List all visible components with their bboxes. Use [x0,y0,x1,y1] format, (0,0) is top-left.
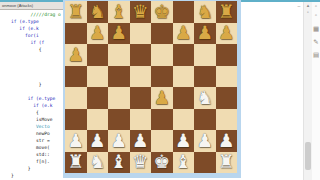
square-e4[interactable]: ♟ [151,87,173,109]
code-text-area[interactable]: /////drag o if (e.type if (e.k for(i if … [0,11,64,180]
square-g1[interactable] [194,152,216,174]
white-pawn-g2: ♟ [196,131,213,150]
square-e7[interactable] [151,23,173,45]
black-knight-b8: ♞ [89,2,106,21]
panel-collapse-icon[interactable]: – [295,3,303,10]
square-g7[interactable]: ♟ [194,23,216,45]
code-line: move( [0,144,64,151]
scroll-tab-icon[interactable]: ▫ [304,9,312,16]
code-line: /////drag o [0,11,64,18]
square-h1[interactable]: ♜ [216,152,238,174]
square-a8[interactable]: ♜ [65,1,87,23]
square-a3[interactable] [65,109,87,131]
white-knight-g4: ♞ [196,88,213,107]
white-rook-a1: ♜ [67,153,84,172]
black-bishop-c8: ♝ [110,2,127,21]
black-pawn-f7: ♟ [175,24,192,43]
white-pawn-h2: ♟ [218,131,235,150]
code-line: for(i [0,32,64,39]
code-line: Vecto [0,123,64,130]
code-line [0,60,64,67]
square-c1[interactable]: ♝ [108,152,130,174]
white-pawn-d2: ♟ [132,131,149,150]
code-line: } [0,81,64,88]
scroll-up-icon[interactable]: ▴ [304,2,312,9]
code-line: { [0,46,64,53]
white-pawn-a2: ♟ [67,131,84,150]
square-c3[interactable] [108,109,130,131]
white-queen-d1: ♛ [132,153,149,172]
square-d6[interactable] [130,44,152,66]
square-e8[interactable]: ♚ [151,1,173,23]
square-d7[interactable] [130,23,152,45]
square-b6[interactable] [87,44,109,66]
panel-box-icon[interactable]: ▫ [312,2,320,11]
black-pawn-c7: ♟ [110,24,127,43]
square-f2[interactable]: ♟ [173,130,195,152]
square-g3[interactable] [194,109,216,131]
square-a4[interactable] [65,87,87,109]
vertical-scrollbar[interactable]: ▴ ▫ [303,2,312,180]
square-g8[interactable]: ♞ [194,1,216,23]
code-line [0,74,64,81]
code-line: } [0,165,64,172]
square-e3[interactable] [151,109,173,131]
square-a7[interactable] [65,23,87,45]
square-f4[interactable] [173,87,195,109]
code-line: f[n]. [0,158,64,165]
square-b7[interactable]: ♟ [87,23,109,45]
code-line: str = [0,137,64,144]
square-h6[interactable] [216,44,238,66]
square-h5[interactable] [216,66,238,88]
square-h3[interactable] [216,109,238,131]
white-rook-h1: ♜ [218,153,235,172]
black-pawn-b7: ♟ [89,24,106,43]
scrollbar-thumb[interactable] [305,142,311,170]
square-f1[interactable]: ♝ [173,152,195,174]
square-d1[interactable]: ♛ [130,152,152,174]
square-a6[interactable]: ♟ [65,44,87,66]
square-f7[interactable]: ♟ [173,23,195,45]
black-rook-h8: ♜ [218,2,235,21]
black-pawn-e4: ♟ [153,88,170,107]
square-f5[interactable] [173,66,195,88]
square-h8[interactable]: ♜ [216,1,238,23]
code-line [0,53,64,60]
code-line: if (e.k [0,102,64,109]
square-d5[interactable] [130,66,152,88]
square-c7[interactable]: ♟ [108,23,130,45]
square-d3[interactable] [130,109,152,131]
code-line: if (f [0,39,64,46]
square-g6[interactable] [194,44,216,66]
square-f6[interactable] [173,44,195,66]
black-king-e8: ♚ [153,2,170,21]
square-a1[interactable]: ♜ [65,152,87,174]
square-f8[interactable] [173,1,195,23]
square-b2[interactable]: ♟ [87,130,109,152]
code-line: if (e.k [0,25,64,32]
square-g5[interactable] [194,66,216,88]
square-d4[interactable] [130,87,152,109]
square-h2[interactable]: ♟ [216,130,238,152]
square-b1[interactable]: ♞ [87,152,109,174]
square-g4[interactable]: ♞ [194,87,216,109]
code-line [0,88,64,95]
square-c6[interactable] [108,44,130,66]
black-pawn-a6: ♟ [67,45,84,64]
square-g2[interactable]: ♟ [194,130,216,152]
square-c2[interactable]: ♟ [108,130,130,152]
square-h4[interactable] [216,87,238,109]
chess-game-window: ♜♞♝♛♚♞♜♟♟♟♟♟♟♟♞♟♟♟♟♟♟♟♜♞♝♛♚♝♜ [63,0,241,178]
white-bishop-c1: ♝ [110,153,127,172]
square-d8[interactable]: ♛ [130,1,152,23]
right-side-panel: – ▴ ▫ ▫ ▫ ▦ ✎ ▤ [241,2,320,180]
code-line: } [0,172,64,179]
chess-board: ♜♞♝♛♚♞♜♟♟♟♟♟♟♟♞♟♟♟♟♟♟♟♜♞♝♛♚♝♜ [65,1,237,173]
square-a5[interactable] [65,66,87,88]
square-c8[interactable]: ♝ [108,1,130,23]
code-line: isMove [0,116,64,123]
square-a2[interactable]: ♟ [65,130,87,152]
toolbox-pencil-icon[interactable]: ✎ [312,37,320,46]
code-line: std:: [0,151,64,158]
code-line: newPo [0,130,64,137]
black-knight-g8: ♞ [196,2,213,21]
white-pawn-f2: ♟ [175,131,192,150]
black-rook-a8: ♜ [67,2,84,21]
code-line: if (e.type [0,18,64,25]
square-e6[interactable] [151,44,173,66]
side-icon-strip: ▫ ▫ ▦ ✎ ▤ [312,2,320,180]
square-b5[interactable] [87,66,109,88]
code-editor-panel[interactable]: onmove (Attacks) /////drag o if (e.type … [0,2,64,180]
square-c5[interactable] [108,66,130,88]
square-b4[interactable] [87,87,109,109]
square-h7[interactable]: ♟ [216,23,238,45]
square-d2[interactable]: ♟ [130,130,152,152]
square-e2[interactable] [151,130,173,152]
square-b8[interactable]: ♞ [87,1,109,23]
code-line [0,67,64,74]
navigation-bar-text: onmove (Attacks) [0,2,64,9]
code-line: { [0,109,64,116]
white-knight-b1: ♞ [89,153,106,172]
square-f3[interactable] [173,109,195,131]
square-b3[interactable] [87,109,109,131]
code-line: if (e.type [0,95,64,102]
editor-navigation-bar[interactable]: onmove (Attacks) [0,2,64,10]
toolbox-list-icon[interactable]: ▤ [312,50,320,59]
screen: onmove (Attacks) /////drag o if (e.type … [0,0,320,180]
square-e1[interactable]: ♚ [151,152,173,174]
white-pawn-b2: ♟ [89,131,106,150]
black-pawn-g7: ♟ [196,24,213,43]
black-queen-d8: ♛ [132,2,149,21]
black-pawn-h7: ♟ [218,24,235,43]
white-pawn-c2: ♟ [110,131,127,150]
square-c4[interactable] [108,87,130,109]
white-king-e1: ♚ [153,153,170,172]
white-bishop-f1: ♝ [175,153,192,172]
square-e5[interactable] [151,66,173,88]
panel-box2-icon[interactable]: ▫ [312,11,320,20]
toolbox-grid-icon[interactable]: ▦ [312,24,320,33]
